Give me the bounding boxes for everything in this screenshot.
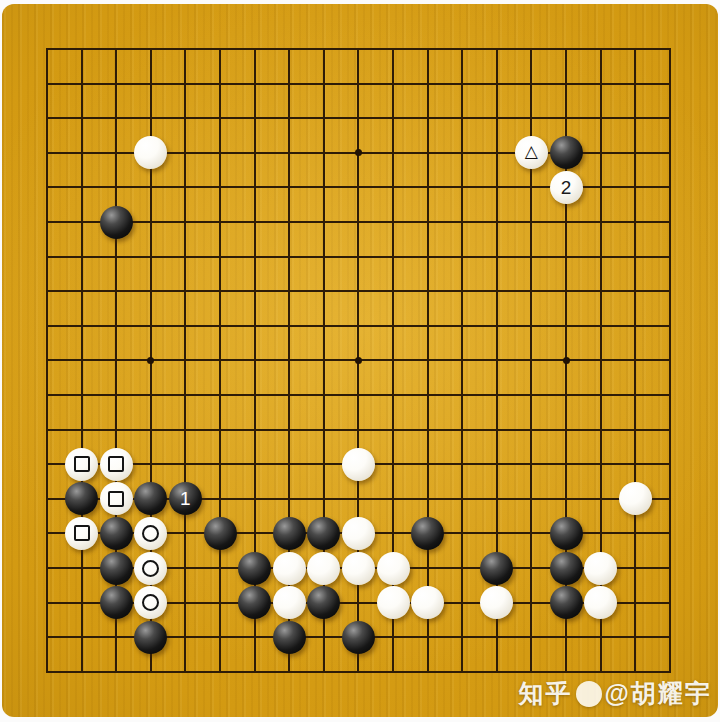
stone-black-c14 — [100, 206, 133, 239]
stone-white-k7 — [342, 448, 375, 481]
stone-black-d6 — [134, 482, 167, 515]
triangle-mark: △ — [525, 143, 538, 160]
watermark-site: 知乎 — [519, 677, 573, 710]
stone-black-g4 — [238, 552, 271, 585]
stone-white-m3 — [411, 586, 444, 619]
stone-white-l4 — [377, 552, 410, 585]
square-mark — [74, 525, 90, 541]
circle-mark — [142, 594, 159, 611]
stone-black-c5 — [100, 517, 133, 550]
stone-black-e6: 1 — [169, 482, 202, 515]
stone-white-d5 — [134, 517, 167, 550]
watermark: 知乎 @胡耀宇 — [519, 677, 712, 710]
stone-white-k5 — [342, 517, 375, 550]
move-label: 1 — [180, 482, 191, 515]
stone-white-o3 — [480, 586, 513, 619]
stone-white-b5 — [65, 517, 98, 550]
stone-white-d3 — [134, 586, 167, 619]
stone-black-c4 — [100, 552, 133, 585]
stone-white-h4 — [273, 552, 306, 585]
stone-white-l3 — [377, 586, 410, 619]
stone-black-k2 — [342, 621, 375, 654]
stone-white-d16 — [134, 136, 167, 169]
circle-mark — [142, 525, 159, 542]
stone-white-r4 — [584, 552, 617, 585]
stone-white-b7 — [65, 448, 98, 481]
stones-layer: △21 — [0, 0, 720, 722]
watermark-author: @胡耀宇 — [605, 677, 712, 710]
circle-mark — [142, 560, 159, 577]
stone-white-r3 — [584, 586, 617, 619]
stone-black-h5 — [273, 517, 306, 550]
stone-black-j3 — [307, 586, 340, 619]
stone-black-b6 — [65, 482, 98, 515]
stone-black-q3 — [550, 586, 583, 619]
square-mark — [74, 456, 90, 472]
zhihu-logo-icon — [576, 681, 602, 707]
stone-black-m5 — [411, 517, 444, 550]
stone-black-j5 — [307, 517, 340, 550]
stone-black-q4 — [550, 552, 583, 585]
stone-white-k4 — [342, 552, 375, 585]
stone-black-d2 — [134, 621, 167, 654]
stone-black-c3 — [100, 586, 133, 619]
move-label: 2 — [561, 171, 572, 204]
stone-white-h3 — [273, 586, 306, 619]
square-mark — [108, 456, 124, 472]
stone-black-f5 — [204, 517, 237, 550]
stone-white-d4 — [134, 552, 167, 585]
stone-white-c7 — [100, 448, 133, 481]
stone-black-o4 — [480, 552, 513, 585]
stone-white-j4 — [307, 552, 340, 585]
stone-black-q5 — [550, 517, 583, 550]
stone-black-h2 — [273, 621, 306, 654]
stone-white-q15: 2 — [550, 171, 583, 204]
square-mark — [108, 491, 124, 507]
stone-black-g3 — [238, 586, 271, 619]
stone-white-c6 — [100, 482, 133, 515]
stone-black-q16 — [550, 136, 583, 169]
stone-white-p16: △ — [515, 136, 548, 169]
stone-white-s6 — [619, 482, 652, 515]
